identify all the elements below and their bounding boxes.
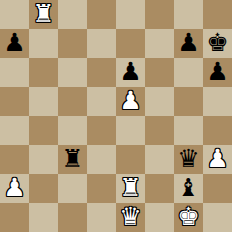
black-pawn-piece[interactable]: ♟: [177, 29, 199, 57]
white-pawn-piece[interactable]: ♟: [206, 145, 228, 173]
square-f6[interactable]: [145, 58, 174, 87]
square-f7[interactable]: [145, 29, 174, 58]
square-g4[interactable]: [174, 116, 203, 145]
square-h6[interactable]: ♟: [203, 58, 232, 87]
black-rook-piece[interactable]: ♜: [61, 145, 83, 173]
square-f5[interactable]: [145, 87, 174, 116]
black-queen-piece[interactable]: ♛: [177, 145, 199, 173]
square-h3[interactable]: ♟: [203, 145, 232, 174]
square-d8[interactable]: [87, 0, 116, 29]
square-g2[interactable]: ♝: [174, 174, 203, 203]
square-b4[interactable]: [29, 116, 58, 145]
square-e1[interactable]: ♛: [116, 203, 145, 232]
square-c4[interactable]: [58, 116, 87, 145]
square-c3[interactable]: ♜: [58, 145, 87, 174]
square-f1[interactable]: [145, 203, 174, 232]
square-f3[interactable]: [145, 145, 174, 174]
square-b3[interactable]: [29, 145, 58, 174]
square-c6[interactable]: [58, 58, 87, 87]
square-b2[interactable]: [29, 174, 58, 203]
black-pawn-piece[interactable]: ♟: [3, 29, 25, 57]
white-king-piece[interactable]: ♚: [177, 203, 199, 231]
square-a4[interactable]: [0, 116, 29, 145]
square-a7[interactable]: ♟: [0, 29, 29, 58]
square-g3[interactable]: ♛: [174, 145, 203, 174]
square-a2[interactable]: ♟: [0, 174, 29, 203]
square-a3[interactable]: [0, 145, 29, 174]
square-a8[interactable]: [0, 0, 29, 29]
square-g1[interactable]: ♚: [174, 203, 203, 232]
square-e7[interactable]: [116, 29, 145, 58]
square-c8[interactable]: [58, 0, 87, 29]
square-c2[interactable]: [58, 174, 87, 203]
black-king-piece[interactable]: ♚: [206, 29, 228, 57]
square-h1[interactable]: [203, 203, 232, 232]
white-rook-piece[interactable]: ♜: [32, 0, 54, 28]
square-b8[interactable]: ♜: [29, 0, 58, 29]
square-g6[interactable]: [174, 58, 203, 87]
square-d4[interactable]: [87, 116, 116, 145]
square-e3[interactable]: [116, 145, 145, 174]
square-h2[interactable]: [203, 174, 232, 203]
square-c1[interactable]: [58, 203, 87, 232]
square-b5[interactable]: [29, 87, 58, 116]
square-b6[interactable]: [29, 58, 58, 87]
square-e2[interactable]: ♜: [116, 174, 145, 203]
white-pawn-piece[interactable]: ♟: [119, 87, 141, 115]
square-c5[interactable]: [58, 87, 87, 116]
black-pawn-piece[interactable]: ♟: [206, 58, 228, 86]
square-h4[interactable]: [203, 116, 232, 145]
square-a5[interactable]: [0, 87, 29, 116]
square-b1[interactable]: [29, 203, 58, 232]
square-h8[interactable]: [203, 0, 232, 29]
square-f8[interactable]: [145, 0, 174, 29]
square-d5[interactable]: [87, 87, 116, 116]
square-a6[interactable]: [0, 58, 29, 87]
white-pawn-piece[interactable]: ♟: [3, 174, 25, 202]
square-d6[interactable]: [87, 58, 116, 87]
square-e4[interactable]: [116, 116, 145, 145]
square-h7[interactable]: ♚: [203, 29, 232, 58]
square-f2[interactable]: [145, 174, 174, 203]
black-bishop-piece[interactable]: ♝: [177, 174, 199, 202]
square-d1[interactable]: [87, 203, 116, 232]
square-d2[interactable]: [87, 174, 116, 203]
square-e5[interactable]: ♟: [116, 87, 145, 116]
square-e8[interactable]: [116, 0, 145, 29]
square-h5[interactable]: [203, 87, 232, 116]
square-e6[interactable]: ♟: [116, 58, 145, 87]
square-g8[interactable]: [174, 0, 203, 29]
chess-board: ♜♟♟♚♟♟♟♜♛♟♟♜♝♛♚: [0, 0, 232, 232]
square-g5[interactable]: [174, 87, 203, 116]
square-c7[interactable]: [58, 29, 87, 58]
white-queen-piece[interactable]: ♛: [119, 203, 141, 231]
black-pawn-piece[interactable]: ♟: [119, 58, 141, 86]
square-g7[interactable]: ♟: [174, 29, 203, 58]
square-a1[interactable]: [0, 203, 29, 232]
white-rook-piece[interactable]: ♜: [119, 174, 141, 202]
square-b7[interactable]: [29, 29, 58, 58]
square-d7[interactable]: [87, 29, 116, 58]
square-f4[interactable]: [145, 116, 174, 145]
square-d3[interactable]: [87, 145, 116, 174]
